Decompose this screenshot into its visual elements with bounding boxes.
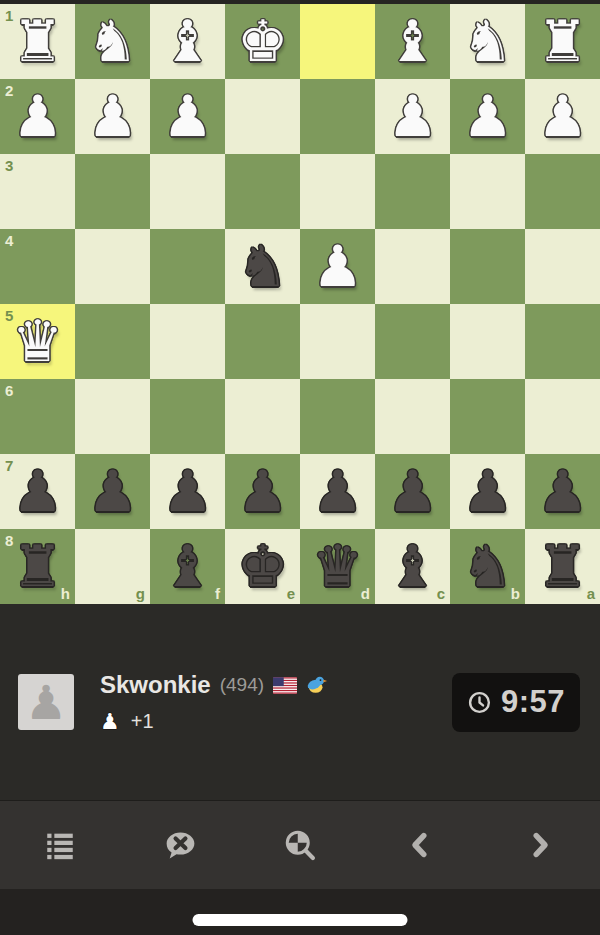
square-a2[interactable]: ♟ [525,79,600,154]
square-b5[interactable] [450,304,525,379]
square-f2[interactable]: ♟ [150,79,225,154]
analysis-button[interactable] [240,801,360,889]
bird-icon [306,674,328,696]
white-pawn-a2[interactable]: ♟ [525,79,600,154]
player-bar: ♟ Skwonkie (494) [0,604,600,800]
square-d5[interactable] [300,304,375,379]
square-d2[interactable] [300,79,375,154]
white-queen-h5[interactable]: ♛ [0,304,75,379]
square-a1[interactable]: ♜ [525,4,600,79]
game-screen: 1♜♞♝♚♝♞♜2♟♟♟♟♟♟34♞♟5♛67♟♟♟♟♟♟♟♟8h♜gf♝e♚d… [0,0,600,935]
player-name-line: Skwonkie (494) [100,671,452,699]
square-d3[interactable] [300,154,375,229]
square-a6[interactable] [525,379,600,454]
white-pawn-c2[interactable]: ♟ [375,79,450,154]
captured-white-pawn-icon: ♟ [100,711,120,733]
square-e2[interactable] [225,79,300,154]
square-c2[interactable]: ♟ [375,79,450,154]
square-d6[interactable] [300,379,375,454]
previous-move-button[interactable] [360,801,480,889]
square-c3[interactable] [375,154,450,229]
square-e4[interactable]: ♞ [225,229,300,304]
square-h6[interactable]: 6 [0,379,75,454]
square-h4[interactable]: 4 [0,229,75,304]
black-bishop-f8[interactable]: ♝ [150,529,225,604]
black-knight-b8[interactable]: ♞ [450,529,525,604]
white-pawn-g2[interactable]: ♟ [75,79,150,154]
us-flag-icon [273,677,297,694]
square-a4[interactable] [525,229,600,304]
square-h3[interactable]: 3 [0,154,75,229]
bottom-area [0,889,600,935]
square-c6[interactable] [375,379,450,454]
square-h5[interactable]: 5♛ [0,304,75,379]
square-c1[interactable]: ♝ [375,4,450,79]
square-f4[interactable] [150,229,225,304]
square-b8[interactable]: b♞ [450,529,525,604]
file-label-g: g [136,585,145,602]
avatar[interactable]: ♟ [18,674,74,730]
black-pawn-g7[interactable]: ♟ [75,454,150,529]
chat-off-button[interactable] [120,801,240,889]
square-e6[interactable] [225,379,300,454]
white-bishop-f1[interactable]: ♝ [150,4,225,79]
square-d1[interactable] [300,4,375,79]
black-pawn-h7[interactable]: ♟ [0,454,75,529]
square-e3[interactable] [225,154,300,229]
chat-x-icon [162,827,199,864]
white-king-e1[interactable]: ♚ [225,4,300,79]
chess-board[interactable]: 1♜♞♝♚♝♞♜2♟♟♟♟♟♟34♞♟5♛67♟♟♟♟♟♟♟♟8h♜gf♝e♚d… [0,4,600,604]
black-bishop-c8[interactable]: ♝ [375,529,450,604]
square-b6[interactable] [450,379,525,454]
square-g3[interactable] [75,154,150,229]
square-h1[interactable]: 1♜ [0,4,75,79]
square-c4[interactable] [375,229,450,304]
white-bishop-c1[interactable]: ♝ [375,4,450,79]
square-c5[interactable] [375,304,450,379]
black-pawn-b7[interactable]: ♟ [450,454,525,529]
rank-label-6: 6 [5,382,13,399]
clock-icon [467,690,492,715]
square-a8[interactable]: a♜ [525,529,600,604]
chevron-left-icon [405,830,435,860]
player-rating: (494) [220,674,264,696]
player-name: Skwonkie [100,671,211,699]
chevron-right-icon [525,830,555,860]
toolbar [0,800,600,889]
square-g4[interactable] [75,229,150,304]
square-g2[interactable]: ♟ [75,79,150,154]
white-pawn-b2[interactable]: ♟ [450,79,525,154]
rank-label-4: 4 [5,232,13,249]
square-f3[interactable] [150,154,225,229]
square-b2[interactable]: ♟ [450,79,525,154]
avatar-pawn-icon: ♟ [25,679,67,726]
square-g8[interactable]: g [75,529,150,604]
black-pawn-d7[interactable]: ♟ [300,454,375,529]
square-e7[interactable]: ♟ [225,454,300,529]
square-f5[interactable] [150,304,225,379]
white-pawn-f2[interactable]: ♟ [150,79,225,154]
square-f1[interactable]: ♝ [150,4,225,79]
square-d8[interactable]: d♛ [300,529,375,604]
square-e8[interactable]: e♚ [225,529,300,604]
moves-list-button[interactable] [0,801,120,889]
square-e5[interactable] [225,304,300,379]
square-g5[interactable] [75,304,150,379]
captured-line: ♟ +1 [100,710,452,733]
clock-time: 9:57 [501,684,565,720]
black-queen-d8[interactable]: ♛ [300,529,375,604]
white-rook-h1[interactable]: ♜ [0,4,75,79]
white-rook-a1[interactable]: ♜ [525,4,600,79]
black-pawn-e7[interactable]: ♟ [225,454,300,529]
square-b1[interactable]: ♞ [450,4,525,79]
black-pawn-c7[interactable]: ♟ [375,454,450,529]
black-knight-e4[interactable]: ♞ [225,229,300,304]
square-c7[interactable]: ♟ [375,454,450,529]
square-d4[interactable]: ♟ [300,229,375,304]
white-knight-b1[interactable]: ♞ [450,4,525,79]
square-a7[interactable]: ♟ [525,454,600,529]
square-d7[interactable]: ♟ [300,454,375,529]
square-f7[interactable]: ♟ [150,454,225,529]
rank-label-3: 3 [5,157,13,174]
square-h8[interactable]: 8h♜ [0,529,75,604]
material-score: +1 [131,710,154,733]
magnifier-quadrants-icon [282,827,318,863]
home-indicator[interactable] [193,914,408,926]
white-pawn-h2[interactable]: ♟ [0,79,75,154]
black-rook-a8[interactable]: ♜ [525,529,600,604]
square-f8[interactable]: f♝ [150,529,225,604]
square-a3[interactable] [525,154,600,229]
square-b4[interactable] [450,229,525,304]
black-rook-h8[interactable]: ♜ [0,529,75,604]
square-f6[interactable] [150,379,225,454]
square-h7[interactable]: 7♟ [0,454,75,529]
next-move-button[interactable] [480,801,600,889]
square-b7[interactable]: ♟ [450,454,525,529]
square-g1[interactable]: ♞ [75,4,150,79]
black-pawn-f7[interactable]: ♟ [150,454,225,529]
square-g6[interactable] [75,379,150,454]
square-a5[interactable] [525,304,600,379]
square-e1[interactable]: ♚ [225,4,300,79]
square-c8[interactable]: c♝ [375,529,450,604]
player-clock: 9:57 [452,673,580,732]
square-g7[interactable]: ♟ [75,454,150,529]
square-b3[interactable] [450,154,525,229]
white-knight-g1[interactable]: ♞ [75,4,150,79]
black-pawn-a7[interactable]: ♟ [525,454,600,529]
white-pawn-d4[interactable]: ♟ [300,229,375,304]
square-h2[interactable]: 2♟ [0,79,75,154]
player-info[interactable]: Skwonkie (494) [100,671,452,733]
black-king-e8[interactable]: ♚ [225,529,300,604]
list-icon [43,828,77,862]
